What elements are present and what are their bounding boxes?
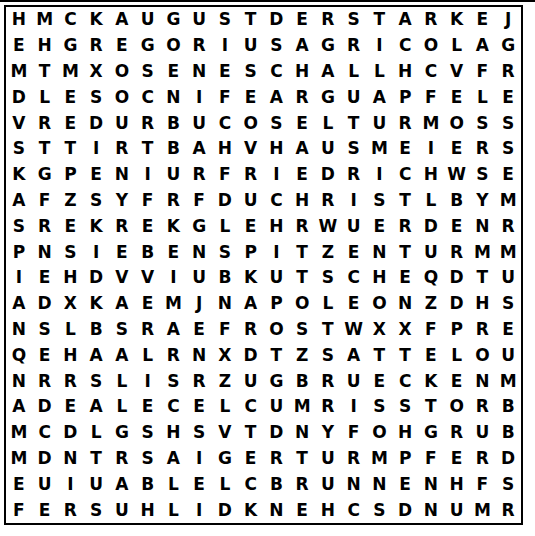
cell-r7c2[interactable]: G xyxy=(32,162,58,188)
cell-r8c10[interactable]: U xyxy=(238,188,264,214)
cell-r9c4[interactable]: K xyxy=(83,213,109,239)
cell-r9c8[interactable]: G xyxy=(186,213,212,239)
cell-r3c1[interactable]: M xyxy=(6,59,32,85)
cell-r9c10[interactable]: E xyxy=(238,213,264,239)
cell-r15c16[interactable]: C xyxy=(392,368,418,394)
cell-r19c3[interactable]: I xyxy=(58,471,84,497)
cell-r16c19[interactable]: R xyxy=(470,394,496,420)
cell-r11c6[interactable]: V xyxy=(135,265,161,291)
cell-r20c17[interactable]: N xyxy=(418,497,444,523)
cell-r9c18[interactable]: E xyxy=(444,213,470,239)
cell-r2c15[interactable]: I xyxy=(367,33,393,59)
cell-r5c16[interactable]: R xyxy=(392,110,418,136)
cell-r11c20[interactable]: U xyxy=(495,265,521,291)
cell-r6c20[interactable]: S xyxy=(495,136,521,162)
cell-r19c11[interactable]: B xyxy=(264,471,290,497)
cell-r17c4[interactable]: L xyxy=(83,420,109,446)
cell-r13c20[interactable]: E xyxy=(495,317,521,343)
cell-r16c12[interactable]: M xyxy=(289,394,315,420)
cell-r6c9[interactable]: H xyxy=(212,136,238,162)
cell-r20c3[interactable]: R xyxy=(58,497,84,523)
cell-r19c17[interactable]: N xyxy=(418,471,444,497)
cell-r20c8[interactable]: I xyxy=(186,497,212,523)
cell-r10c10[interactable]: P xyxy=(238,239,264,265)
cell-r16c7[interactable]: C xyxy=(161,394,187,420)
cell-r18c15[interactable]: M xyxy=(367,446,393,472)
cell-r18c12[interactable]: T xyxy=(289,446,315,472)
cell-r9c20[interactable]: R xyxy=(495,213,521,239)
cell-r18c17[interactable]: F xyxy=(418,446,444,472)
cell-r2c9[interactable]: I xyxy=(212,33,238,59)
cell-r7c3[interactable]: P xyxy=(58,162,84,188)
cell-r14c10[interactable]: D xyxy=(238,342,264,368)
cell-r19c14[interactable]: N xyxy=(341,471,367,497)
cell-r10c1[interactable]: P xyxy=(6,239,32,265)
cell-r9c11[interactable]: H xyxy=(264,213,290,239)
cell-r7c19[interactable]: S xyxy=(470,162,496,188)
cell-r1c15[interactable]: T xyxy=(367,7,393,33)
cell-r17c6[interactable]: S xyxy=(135,420,161,446)
cell-r4c2[interactable]: L xyxy=(32,84,58,110)
cell-r20c14[interactable]: C xyxy=(341,497,367,523)
cell-r7c6[interactable]: I xyxy=(135,162,161,188)
cell-r14c3[interactable]: H xyxy=(58,342,84,368)
cell-r10c12[interactable]: T xyxy=(289,239,315,265)
cell-r8c4[interactable]: S xyxy=(83,188,109,214)
cell-r2c11[interactable]: S xyxy=(264,33,290,59)
cell-r17c2[interactable]: C xyxy=(32,420,58,446)
cell-r6c19[interactable]: R xyxy=(470,136,496,162)
cell-r12c14[interactable]: E xyxy=(341,291,367,317)
cell-r18c6[interactable]: S xyxy=(135,446,161,472)
cell-r16c2[interactable]: D xyxy=(32,394,58,420)
cell-r5c7[interactable]: B xyxy=(161,110,187,136)
cell-r13c15[interactable]: X xyxy=(367,317,393,343)
cell-r10c16[interactable]: T xyxy=(392,239,418,265)
cell-r18c9[interactable]: G xyxy=(212,446,238,472)
cell-r20c7[interactable]: L xyxy=(161,497,187,523)
cell-r7c7[interactable]: U xyxy=(161,162,187,188)
cell-r19c15[interactable]: N xyxy=(367,471,393,497)
cell-r1c3[interactable]: C xyxy=(58,7,84,33)
cell-r4c12[interactable]: R xyxy=(289,84,315,110)
cell-r10c8[interactable]: N xyxy=(186,239,212,265)
cell-r18c19[interactable]: R xyxy=(470,446,496,472)
cell-r1c9[interactable]: S xyxy=(212,7,238,33)
cell-r2c19[interactable]: A xyxy=(470,33,496,59)
cell-r12c11[interactable]: P xyxy=(264,291,290,317)
cell-r10c4[interactable]: I xyxy=(83,239,109,265)
cell-r4c13[interactable]: G xyxy=(315,84,341,110)
cell-r3c7[interactable]: E xyxy=(161,59,187,85)
cell-r10c7[interactable]: E xyxy=(161,239,187,265)
cell-r18c10[interactable]: E xyxy=(238,446,264,472)
cell-r2c17[interactable]: O xyxy=(418,33,444,59)
cell-r15c18[interactable]: E xyxy=(444,368,470,394)
cell-r9c1[interactable]: S xyxy=(6,213,32,239)
cell-r7c13[interactable]: D xyxy=(315,162,341,188)
cell-r4c14[interactable]: U xyxy=(341,84,367,110)
cell-r15c12[interactable]: B xyxy=(289,368,315,394)
cell-r6c12[interactable]: A xyxy=(289,136,315,162)
cell-r12c10[interactable]: A xyxy=(238,291,264,317)
cell-r3c15[interactable]: L xyxy=(367,59,393,85)
cell-r16c11[interactable]: U xyxy=(264,394,290,420)
cell-r11c14[interactable]: C xyxy=(341,265,367,291)
cell-r10c9[interactable]: S xyxy=(212,239,238,265)
cell-r9c16[interactable]: R xyxy=(392,213,418,239)
cell-r20c6[interactable]: H xyxy=(135,497,161,523)
cell-r20c9[interactable]: D xyxy=(212,497,238,523)
cell-r6c3[interactable]: T xyxy=(58,136,84,162)
cell-r3c2[interactable]: T xyxy=(32,59,58,85)
cell-r12c19[interactable]: H xyxy=(470,291,496,317)
cell-r17c12[interactable]: N xyxy=(289,420,315,446)
cell-r5c15[interactable]: U xyxy=(367,110,393,136)
cell-r1c13[interactable]: R xyxy=(315,7,341,33)
cell-r17c14[interactable]: F xyxy=(341,420,367,446)
cell-r10c17[interactable]: U xyxy=(418,239,444,265)
cell-r7c20[interactable]: E xyxy=(495,162,521,188)
cell-r18c16[interactable]: P xyxy=(392,446,418,472)
cell-r14c6[interactable]: L xyxy=(135,342,161,368)
cell-r5c1[interactable]: V xyxy=(6,110,32,136)
cell-r11c11[interactable]: U xyxy=(264,265,290,291)
cell-r9c5[interactable]: R xyxy=(109,213,135,239)
cell-r10c5[interactable]: E xyxy=(109,239,135,265)
cell-r1c14[interactable]: S xyxy=(341,7,367,33)
cell-r14c14[interactable]: A xyxy=(341,342,367,368)
cell-r5c5[interactable]: U xyxy=(109,110,135,136)
cell-r15c10[interactable]: U xyxy=(238,368,264,394)
cell-r12c18[interactable]: D xyxy=(444,291,470,317)
cell-r6c13[interactable]: U xyxy=(315,136,341,162)
cell-r15c14[interactable]: U xyxy=(341,368,367,394)
cell-r14c8[interactable]: N xyxy=(186,342,212,368)
cell-r2c1[interactable]: E xyxy=(6,33,32,59)
cell-r11c18[interactable]: D xyxy=(444,265,470,291)
cell-r4c1[interactable]: D xyxy=(6,84,32,110)
cell-r5c18[interactable]: O xyxy=(444,110,470,136)
cell-r3c11[interactable]: C xyxy=(264,59,290,85)
cell-r3c3[interactable]: M xyxy=(58,59,84,85)
cell-r11c19[interactable]: T xyxy=(470,265,496,291)
cell-r12c5[interactable]: A xyxy=(109,291,135,317)
cell-r20c19[interactable]: M xyxy=(470,497,496,523)
cell-r5c17[interactable]: M xyxy=(418,110,444,136)
cell-r8c9[interactable]: D xyxy=(212,188,238,214)
cell-r16c1[interactable]: A xyxy=(6,394,32,420)
cell-r9c6[interactable]: E xyxy=(135,213,161,239)
cell-r8c2[interactable]: F xyxy=(32,188,58,214)
cell-r5c4[interactable]: D xyxy=(83,110,109,136)
cell-r11c2[interactable]: E xyxy=(32,265,58,291)
cell-r8c18[interactable]: B xyxy=(444,188,470,214)
cell-r2c18[interactable]: L xyxy=(444,33,470,59)
cell-r11c16[interactable]: E xyxy=(392,265,418,291)
cell-r20c11[interactable]: N xyxy=(264,497,290,523)
cell-r2c10[interactable]: U xyxy=(238,33,264,59)
cell-r7c10[interactable]: R xyxy=(238,162,264,188)
cell-r12c3[interactable]: X xyxy=(58,291,84,317)
cell-r4c8[interactable]: I xyxy=(186,84,212,110)
cell-r15c3[interactable]: R xyxy=(58,368,84,394)
cell-r4c7[interactable]: N xyxy=(161,84,187,110)
cell-r18c11[interactable]: R xyxy=(264,446,290,472)
cell-r12c2[interactable]: D xyxy=(32,291,58,317)
cell-r16c4[interactable]: A xyxy=(83,394,109,420)
cell-r20c5[interactable]: U xyxy=(109,497,135,523)
cell-r14c4[interactable]: A xyxy=(83,342,109,368)
cell-r14c7[interactable]: R xyxy=(161,342,187,368)
cell-r8c17[interactable]: L xyxy=(418,188,444,214)
cell-r14c12[interactable]: Z xyxy=(289,342,315,368)
cell-r3c6[interactable]: S xyxy=(135,59,161,85)
cell-r6c5[interactable]: R xyxy=(109,136,135,162)
cell-r6c14[interactable]: S xyxy=(341,136,367,162)
cell-r13c14[interactable]: W xyxy=(341,317,367,343)
cell-r6c10[interactable]: V xyxy=(238,136,264,162)
cell-r15c9[interactable]: Z xyxy=(212,368,238,394)
cell-r14c20[interactable]: U xyxy=(495,342,521,368)
cell-r11c1[interactable]: I xyxy=(6,265,32,291)
cell-r14c11[interactable]: T xyxy=(264,342,290,368)
cell-r14c13[interactable]: S xyxy=(315,342,341,368)
cell-r13c6[interactable]: R xyxy=(135,317,161,343)
cell-r13c19[interactable]: R xyxy=(470,317,496,343)
cell-r18c7[interactable]: A xyxy=(161,446,187,472)
cell-r20c4[interactable]: S xyxy=(83,497,109,523)
cell-r14c1[interactable]: Q xyxy=(6,342,32,368)
cell-r4c10[interactable]: E xyxy=(238,84,264,110)
cell-r8c13[interactable]: R xyxy=(315,188,341,214)
cell-r17c20[interactable]: B xyxy=(495,420,521,446)
cell-r18c20[interactable]: D xyxy=(495,446,521,472)
cell-r2c2[interactable]: H xyxy=(32,33,58,59)
cell-r9c13[interactable]: W xyxy=(315,213,341,239)
cell-r7c14[interactable]: R xyxy=(341,162,367,188)
cell-r9c15[interactable]: E xyxy=(367,213,393,239)
cell-r12c17[interactable]: Z xyxy=(418,291,444,317)
cell-r1c19[interactable]: E xyxy=(470,7,496,33)
cell-r18c3[interactable]: N xyxy=(58,446,84,472)
cell-r6c4[interactable]: I xyxy=(83,136,109,162)
cell-r8c19[interactable]: Y xyxy=(470,188,496,214)
cell-r5c13[interactable]: L xyxy=(315,110,341,136)
cell-r20c20[interactable]: R xyxy=(495,497,521,523)
cell-r15c1[interactable]: N xyxy=(6,368,32,394)
cell-r15c5[interactable]: L xyxy=(109,368,135,394)
cell-r20c15[interactable]: S xyxy=(367,497,393,523)
cell-r19c20[interactable]: S xyxy=(495,471,521,497)
cell-r19c1[interactable]: E xyxy=(6,471,32,497)
cell-r17c5[interactable]: G xyxy=(109,420,135,446)
cell-r11c8[interactable]: U xyxy=(186,265,212,291)
cell-r20c1[interactable]: F xyxy=(6,497,32,523)
cell-r4c15[interactable]: A xyxy=(367,84,393,110)
cell-r1c8[interactable]: U xyxy=(186,7,212,33)
cell-r3c12[interactable]: H xyxy=(289,59,315,85)
cell-r1c16[interactable]: A xyxy=(392,7,418,33)
cell-r10c3[interactable]: S xyxy=(58,239,84,265)
cell-r6c7[interactable]: B xyxy=(161,136,187,162)
cell-r10c2[interactable]: N xyxy=(32,239,58,265)
cell-r4c16[interactable]: P xyxy=(392,84,418,110)
cell-r11c17[interactable]: Q xyxy=(418,265,444,291)
cell-r17c10[interactable]: T xyxy=(238,420,264,446)
cell-r6c15[interactable]: M xyxy=(367,136,393,162)
cell-r6c18[interactable]: E xyxy=(444,136,470,162)
cell-r13c18[interactable]: P xyxy=(444,317,470,343)
cell-r2c20[interactable]: G xyxy=(495,33,521,59)
cell-r3c8[interactable]: N xyxy=(186,59,212,85)
cell-r6c17[interactable]: I xyxy=(418,136,444,162)
cell-r4c6[interactable]: C xyxy=(135,84,161,110)
cell-r15c20[interactable]: M xyxy=(495,368,521,394)
cell-r1c12[interactable]: E xyxy=(289,7,315,33)
cell-r20c2[interactable]: E xyxy=(32,497,58,523)
cell-r9c12[interactable]: R xyxy=(289,213,315,239)
cell-r14c15[interactable]: T xyxy=(367,342,393,368)
cell-r1c6[interactable]: U xyxy=(135,7,161,33)
cell-r14c17[interactable]: E xyxy=(418,342,444,368)
cell-r20c12[interactable]: E xyxy=(289,497,315,523)
cell-r11c3[interactable]: H xyxy=(58,265,84,291)
cell-r19c8[interactable]: E xyxy=(186,471,212,497)
cell-r13c7[interactable]: A xyxy=(161,317,187,343)
cell-r19c13[interactable]: U xyxy=(315,471,341,497)
cell-r9c19[interactable]: N xyxy=(470,213,496,239)
cell-r17c1[interactable]: M xyxy=(6,420,32,446)
cell-r17c11[interactable]: D xyxy=(264,420,290,446)
cell-r6c1[interactable]: S xyxy=(6,136,32,162)
cell-r19c7[interactable]: L xyxy=(161,471,187,497)
cell-r4c19[interactable]: L xyxy=(470,84,496,110)
cell-r13c2[interactable]: S xyxy=(32,317,58,343)
cell-r15c15[interactable]: E xyxy=(367,368,393,394)
cell-r12c7[interactable]: M xyxy=(161,291,187,317)
cell-r4c9[interactable]: F xyxy=(212,84,238,110)
cell-r9c14[interactable]: U xyxy=(341,213,367,239)
cell-r8c11[interactable]: C xyxy=(264,188,290,214)
cell-r7c17[interactable]: H xyxy=(418,162,444,188)
cell-r3c13[interactable]: A xyxy=(315,59,341,85)
cell-r15c7[interactable]: S xyxy=(161,368,187,394)
cell-r3c4[interactable]: X xyxy=(83,59,109,85)
cell-r16c15[interactable]: S xyxy=(367,394,393,420)
cell-r10c20[interactable]: M xyxy=(495,239,521,265)
cell-r8c7[interactable]: R xyxy=(161,188,187,214)
cell-r19c4[interactable]: U xyxy=(83,471,109,497)
cell-r18c2[interactable]: D xyxy=(32,446,58,472)
cell-r8c14[interactable]: I xyxy=(341,188,367,214)
cell-r12c16[interactable]: N xyxy=(392,291,418,317)
cell-r1c5[interactable]: A xyxy=(109,7,135,33)
cell-r16c16[interactable]: S xyxy=(392,394,418,420)
cell-r2c3[interactable]: G xyxy=(58,33,84,59)
cell-r5c3[interactable]: E xyxy=(58,110,84,136)
cell-r9c7[interactable]: K xyxy=(161,213,187,239)
cell-r8c6[interactable]: F xyxy=(135,188,161,214)
cell-r18c18[interactable]: E xyxy=(444,446,470,472)
cell-r7c18[interactable]: W xyxy=(444,162,470,188)
cell-r11c4[interactable]: D xyxy=(83,265,109,291)
cell-r4c11[interactable]: A xyxy=(264,84,290,110)
cell-r16c8[interactable]: E xyxy=(186,394,212,420)
cell-r11c7[interactable]: I xyxy=(161,265,187,291)
cell-r12c15[interactable]: O xyxy=(367,291,393,317)
cell-r1c17[interactable]: R xyxy=(418,7,444,33)
cell-r5c9[interactable]: C xyxy=(212,110,238,136)
cell-r10c14[interactable]: E xyxy=(341,239,367,265)
cell-r13c1[interactable]: N xyxy=(6,317,32,343)
cell-r6c2[interactable]: T xyxy=(32,136,58,162)
cell-r20c10[interactable]: K xyxy=(238,497,264,523)
cell-r6c8[interactable]: A xyxy=(186,136,212,162)
cell-r5c10[interactable]: O xyxy=(238,110,264,136)
cell-r5c19[interactable]: S xyxy=(470,110,496,136)
cell-r17c19[interactable]: U xyxy=(470,420,496,446)
cell-r16c17[interactable]: T xyxy=(418,394,444,420)
cell-r1c20[interactable]: J xyxy=(495,7,521,33)
cell-r17c13[interactable]: Y xyxy=(315,420,341,446)
cell-r3c16[interactable]: H xyxy=(392,59,418,85)
cell-r14c9[interactable]: X xyxy=(212,342,238,368)
cell-r1c1[interactable]: H xyxy=(6,7,32,33)
cell-r3c5[interactable]: O xyxy=(109,59,135,85)
cell-r3c9[interactable]: E xyxy=(212,59,238,85)
cell-r8c8[interactable]: F xyxy=(186,188,212,214)
cell-r2c7[interactable]: O xyxy=(161,33,187,59)
cell-r2c12[interactable]: A xyxy=(289,33,315,59)
cell-r2c5[interactable]: E xyxy=(109,33,135,59)
cell-r15c6[interactable]: I xyxy=(135,368,161,394)
cell-r1c4[interactable]: K xyxy=(83,7,109,33)
cell-r8c12[interactable]: H xyxy=(289,188,315,214)
cell-r13c12[interactable]: S xyxy=(289,317,315,343)
cell-r5c2[interactable]: R xyxy=(32,110,58,136)
cell-r1c7[interactable]: G xyxy=(161,7,187,33)
cell-r2c13[interactable]: G xyxy=(315,33,341,59)
cell-r10c11[interactable]: I xyxy=(264,239,290,265)
cell-r14c2[interactable]: E xyxy=(32,342,58,368)
cell-r2c8[interactable]: R xyxy=(186,33,212,59)
cell-r12c13[interactable]: L xyxy=(315,291,341,317)
cell-r1c2[interactable]: M xyxy=(32,7,58,33)
cell-r1c11[interactable]: D xyxy=(264,7,290,33)
cell-r13c5[interactable]: S xyxy=(109,317,135,343)
cell-r4c17[interactable]: F xyxy=(418,84,444,110)
cell-r3c18[interactable]: V xyxy=(444,59,470,85)
cell-r12c9[interactable]: N xyxy=(212,291,238,317)
cell-r15c13[interactable]: R xyxy=(315,368,341,394)
cell-r1c18[interactable]: K xyxy=(444,7,470,33)
cell-r7c1[interactable]: K xyxy=(6,162,32,188)
cell-r19c2[interactable]: U xyxy=(32,471,58,497)
cell-r18c8[interactable]: I xyxy=(186,446,212,472)
cell-r17c3[interactable]: D xyxy=(58,420,84,446)
cell-r20c13[interactable]: H xyxy=(315,497,341,523)
cell-r4c4[interactable]: S xyxy=(83,84,109,110)
cell-r17c15[interactable]: O xyxy=(367,420,393,446)
cell-r9c9[interactable]: L xyxy=(212,213,238,239)
cell-r19c18[interactable]: H xyxy=(444,471,470,497)
cell-r16c9[interactable]: L xyxy=(212,394,238,420)
cell-r17c18[interactable]: R xyxy=(444,420,470,446)
cell-r17c7[interactable]: H xyxy=(161,420,187,446)
cell-r16c20[interactable]: B xyxy=(495,394,521,420)
cell-r19c9[interactable]: L xyxy=(212,471,238,497)
